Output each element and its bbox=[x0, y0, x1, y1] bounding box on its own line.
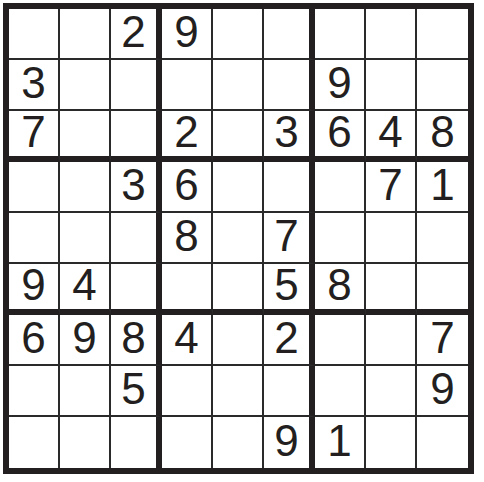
cell-r6c6-given[interactable]: 5 bbox=[264, 264, 315, 315]
cell-r5c8-empty[interactable] bbox=[366, 213, 417, 264]
cell-r8c5-empty[interactable] bbox=[213, 366, 264, 417]
cell-r5c3-empty[interactable] bbox=[111, 213, 162, 264]
cell-r1c7-empty[interactable] bbox=[315, 9, 366, 60]
cell-r5c4-given[interactable]: 8 bbox=[162, 213, 213, 264]
cell-r2c5-empty[interactable] bbox=[213, 60, 264, 111]
cell-r9c4-empty[interactable] bbox=[162, 417, 213, 468]
cell-r2c9-empty[interactable] bbox=[417, 60, 468, 111]
cell-r4c5-empty[interactable] bbox=[213, 162, 264, 213]
cell-r7c2-given[interactable]: 9 bbox=[60, 315, 111, 366]
cell-r1c9-empty[interactable] bbox=[417, 9, 468, 60]
cell-r4c7-empty[interactable] bbox=[315, 162, 366, 213]
cell-r5c5-empty[interactable] bbox=[213, 213, 264, 264]
cell-r9c5-empty[interactable] bbox=[213, 417, 264, 468]
cell-r6c4-empty[interactable] bbox=[162, 264, 213, 315]
cell-r7c5-empty[interactable] bbox=[213, 315, 264, 366]
cell-r8c3-given[interactable]: 5 bbox=[111, 366, 162, 417]
sudoku-board: 293972364836718794586984275991 bbox=[3, 3, 474, 474]
cell-r3c6-given[interactable]: 3 bbox=[264, 111, 315, 162]
cell-r1c4-given[interactable]: 9 bbox=[162, 9, 213, 60]
cell-r5c6-given[interactable]: 7 bbox=[264, 213, 315, 264]
cell-r5c2-empty[interactable] bbox=[60, 213, 111, 264]
cell-r3c7-given[interactable]: 6 bbox=[315, 111, 366, 162]
sudoku-grid: 293972364836718794586984275991 bbox=[9, 9, 468, 468]
cell-r6c9-empty[interactable] bbox=[417, 264, 468, 315]
cell-r2c4-empty[interactable] bbox=[162, 60, 213, 111]
cell-r2c3-empty[interactable] bbox=[111, 60, 162, 111]
cell-r1c3-given[interactable]: 2 bbox=[111, 9, 162, 60]
cell-r8c7-empty[interactable] bbox=[315, 366, 366, 417]
cell-r2c1-given[interactable]: 3 bbox=[9, 60, 60, 111]
cell-r4c9-given[interactable]: 1 bbox=[417, 162, 468, 213]
cell-r9c7-given[interactable]: 1 bbox=[315, 417, 366, 468]
cell-r3c1-given[interactable]: 7 bbox=[9, 111, 60, 162]
cell-r8c9-given[interactable]: 9 bbox=[417, 366, 468, 417]
cell-r3c8-given[interactable]: 4 bbox=[366, 111, 417, 162]
cell-r9c1-empty[interactable] bbox=[9, 417, 60, 468]
cell-r4c1-empty[interactable] bbox=[9, 162, 60, 213]
cell-r2c2-empty[interactable] bbox=[60, 60, 111, 111]
cell-r4c6-empty[interactable] bbox=[264, 162, 315, 213]
cell-r1c6-empty[interactable] bbox=[264, 9, 315, 60]
cell-r7c8-empty[interactable] bbox=[366, 315, 417, 366]
cell-r3c9-given[interactable]: 8 bbox=[417, 111, 468, 162]
cell-r8c1-empty[interactable] bbox=[9, 366, 60, 417]
cell-r1c8-empty[interactable] bbox=[366, 9, 417, 60]
cell-r7c6-given[interactable]: 2 bbox=[264, 315, 315, 366]
cell-r6c1-given[interactable]: 9 bbox=[9, 264, 60, 315]
cell-r8c2-empty[interactable] bbox=[60, 366, 111, 417]
cell-r5c9-empty[interactable] bbox=[417, 213, 468, 264]
cell-r7c4-given[interactable]: 4 bbox=[162, 315, 213, 366]
cell-r4c2-empty[interactable] bbox=[60, 162, 111, 213]
cell-r4c3-given[interactable]: 3 bbox=[111, 162, 162, 213]
cell-r8c6-empty[interactable] bbox=[264, 366, 315, 417]
cell-r1c5-empty[interactable] bbox=[213, 9, 264, 60]
cell-r7c7-empty[interactable] bbox=[315, 315, 366, 366]
cell-r3c2-empty[interactable] bbox=[60, 111, 111, 162]
cell-r7c1-given[interactable]: 6 bbox=[9, 315, 60, 366]
cell-r3c5-empty[interactable] bbox=[213, 111, 264, 162]
cell-r7c3-given[interactable]: 8 bbox=[111, 315, 162, 366]
cell-r1c2-empty[interactable] bbox=[60, 9, 111, 60]
cell-r4c4-given[interactable]: 6 bbox=[162, 162, 213, 213]
cell-r1c1-empty[interactable] bbox=[9, 9, 60, 60]
cell-r2c6-empty[interactable] bbox=[264, 60, 315, 111]
cell-r6c5-empty[interactable] bbox=[213, 264, 264, 315]
cell-r6c7-given[interactable]: 8 bbox=[315, 264, 366, 315]
cell-r5c1-empty[interactable] bbox=[9, 213, 60, 264]
cell-r9c3-empty[interactable] bbox=[111, 417, 162, 468]
cell-r5c7-empty[interactable] bbox=[315, 213, 366, 264]
cell-r6c3-empty[interactable] bbox=[111, 264, 162, 315]
cell-r2c8-empty[interactable] bbox=[366, 60, 417, 111]
cell-r8c4-empty[interactable] bbox=[162, 366, 213, 417]
cell-r6c2-given[interactable]: 4 bbox=[60, 264, 111, 315]
cell-r4c8-given[interactable]: 7 bbox=[366, 162, 417, 213]
cell-r8c8-empty[interactable] bbox=[366, 366, 417, 417]
cell-r9c6-given[interactable]: 9 bbox=[264, 417, 315, 468]
cell-r3c3-empty[interactable] bbox=[111, 111, 162, 162]
cell-r3c4-given[interactable]: 2 bbox=[162, 111, 213, 162]
cell-r7c9-given[interactable]: 7 bbox=[417, 315, 468, 366]
cell-r9c8-empty[interactable] bbox=[366, 417, 417, 468]
cell-r6c8-empty[interactable] bbox=[366, 264, 417, 315]
cell-r9c2-empty[interactable] bbox=[60, 417, 111, 468]
cell-r2c7-given[interactable]: 9 bbox=[315, 60, 366, 111]
cell-r9c9-empty[interactable] bbox=[417, 417, 468, 468]
